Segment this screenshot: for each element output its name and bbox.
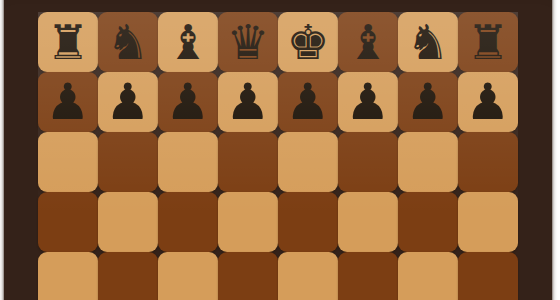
square-h7[interactable]: ♟	[458, 72, 518, 132]
square-e5[interactable]	[278, 192, 338, 252]
black-knight-icon: ♞	[398, 12, 458, 72]
square-g5[interactable]	[398, 192, 458, 252]
square-c5[interactable]	[158, 192, 218, 252]
square-c7[interactable]: ♟	[158, 72, 218, 132]
square-c4[interactable]	[158, 252, 218, 300]
square-b8[interactable]: ♞	[98, 12, 158, 72]
square-h6[interactable]	[458, 132, 518, 192]
black-pawn-icon: ♟	[458, 72, 518, 132]
square-b7[interactable]: ♟	[98, 72, 158, 132]
square-g4[interactable]	[398, 252, 458, 300]
square-e7[interactable]: ♟	[278, 72, 338, 132]
square-h8[interactable]: ♜	[458, 12, 518, 72]
black-pawn-icon: ♟	[38, 72, 98, 132]
square-e8[interactable]: ♚	[278, 12, 338, 72]
chess-board: ♜♞♝♛♚♝♞♜♟♟♟♟♟♟♟♟♙♙♙♙♙♙♙♙♖♘♗♕♔♗♘♖	[38, 12, 518, 300]
black-pawn-icon: ♟	[278, 72, 338, 132]
square-a8[interactable]: ♜	[38, 12, 98, 72]
square-b4[interactable]	[98, 252, 158, 300]
black-queen-icon: ♛	[218, 12, 278, 72]
black-rook-icon: ♜	[38, 12, 98, 72]
square-b5[interactable]	[98, 192, 158, 252]
chess-board-frame: ♜♞♝♛♚♝♞♜♟♟♟♟♟♟♟♟♙♙♙♙♙♙♙♙♖♘♗♕♔♗♘♖	[4, 0, 552, 300]
black-pawn-icon: ♟	[338, 72, 398, 132]
square-b6[interactable]	[98, 132, 158, 192]
black-pawn-icon: ♟	[398, 72, 458, 132]
square-g7[interactable]: ♟	[398, 72, 458, 132]
square-h5[interactable]	[458, 192, 518, 252]
square-g6[interactable]	[398, 132, 458, 192]
square-f5[interactable]	[338, 192, 398, 252]
black-bishop-icon: ♝	[158, 12, 218, 72]
square-a7[interactable]: ♟	[38, 72, 98, 132]
square-g8[interactable]: ♞	[398, 12, 458, 72]
square-d6[interactable]	[218, 132, 278, 192]
square-e4[interactable]	[278, 252, 338, 300]
square-f7[interactable]: ♟	[338, 72, 398, 132]
black-pawn-icon: ♟	[158, 72, 218, 132]
black-pawn-icon: ♟	[218, 72, 278, 132]
square-f6[interactable]	[338, 132, 398, 192]
square-d7[interactable]: ♟	[218, 72, 278, 132]
square-d8[interactable]: ♛	[218, 12, 278, 72]
square-c6[interactable]	[158, 132, 218, 192]
square-d4[interactable]	[218, 252, 278, 300]
black-knight-icon: ♞	[98, 12, 158, 72]
black-king-icon: ♚	[278, 12, 338, 72]
black-pawn-icon: ♟	[98, 72, 158, 132]
square-e6[interactable]	[278, 132, 338, 192]
square-a6[interactable]	[38, 132, 98, 192]
square-h4[interactable]	[458, 252, 518, 300]
square-a4[interactable]	[38, 252, 98, 300]
square-d5[interactable]	[218, 192, 278, 252]
square-a5[interactable]	[38, 192, 98, 252]
square-f8[interactable]: ♝	[338, 12, 398, 72]
square-f4[interactable]	[338, 252, 398, 300]
square-c8[interactable]: ♝	[158, 12, 218, 72]
black-rook-icon: ♜	[458, 12, 518, 72]
black-bishop-icon: ♝	[338, 12, 398, 72]
